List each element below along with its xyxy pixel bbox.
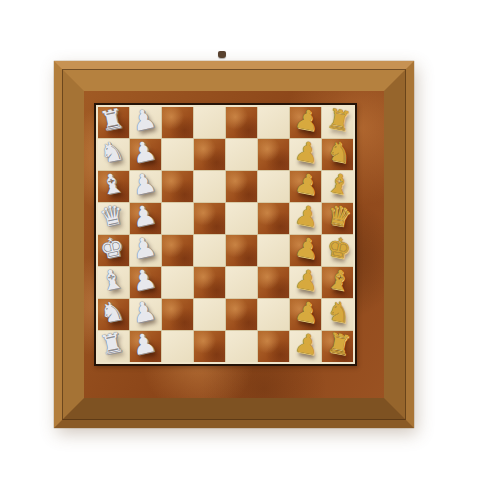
square-f3[interactable] [162,267,193,298]
square-b5[interactable] [226,139,257,170]
square-f2[interactable]: ♟ [130,267,161,298]
square-b2[interactable]: ♟ [130,139,161,170]
black-bishop-f8[interactable]: ♝ [321,262,357,298]
burl-veneer-field: ♜♟♟♜♞♟♟♞♝♟♟♝♛♟♟♛♚♟♟♚♝♟♟♝♞♟♟♞♜♟♟♜ [84,91,384,398]
board-photo: ♜♟♟♜♞♟♟♞♝♟♟♝♛♟♟♛♚♟♟♚♝♟♟♝♞♟♟♞♜♟♟♜ [0,0,480,480]
square-e5[interactable] [226,235,257,266]
black-knight-b8[interactable]: ♞ [321,134,357,170]
white-pawn-d2[interactable]: ♟ [126,197,163,234]
square-g3[interactable] [162,299,193,330]
square-d6[interactable] [258,203,289,234]
square-e2[interactable]: ♟ [130,235,161,266]
square-a3[interactable] [162,107,193,138]
square-e4[interactable] [194,235,225,266]
square-c5[interactable] [226,171,257,202]
square-f6[interactable] [258,267,289,298]
black-queen-d8[interactable]: ♛ [321,198,357,234]
square-c4[interactable] [194,171,225,202]
square-b3[interactable] [162,139,193,170]
square-a4[interactable] [194,107,225,138]
square-h4[interactable] [194,331,225,362]
black-pawn-b7[interactable]: ♟ [289,134,325,170]
square-a5[interactable] [226,107,257,138]
square-e1[interactable]: ♚ [98,235,129,266]
white-pawn-h2[interactable]: ♟ [126,325,163,362]
square-d4[interactable] [194,203,225,234]
square-a1[interactable]: ♜ [98,107,129,138]
black-pawn-a7[interactable]: ♟ [289,102,325,138]
square-h7[interactable]: ♟ [290,331,321,362]
square-g2[interactable]: ♟ [130,299,161,330]
square-g5[interactable] [226,299,257,330]
square-b1[interactable]: ♞ [98,139,129,170]
square-e6[interactable] [258,235,289,266]
black-pawn-g7[interactable]: ♟ [289,294,325,330]
square-b6[interactable] [258,139,289,170]
square-f1[interactable]: ♝ [98,267,129,298]
black-pawn-e7[interactable]: ♟ [289,230,325,266]
square-c6[interactable] [258,171,289,202]
square-h1[interactable]: ♜ [98,331,129,362]
square-c3[interactable] [162,171,193,202]
black-pawn-d7[interactable]: ♟ [289,198,325,234]
square-g4[interactable] [194,299,225,330]
square-e3[interactable] [162,235,193,266]
black-bishop-c8[interactable]: ♝ [321,166,357,202]
square-h6[interactable] [258,331,289,362]
white-pawn-f2[interactable]: ♟ [126,261,163,298]
square-c1[interactable]: ♝ [98,171,129,202]
black-king-e8[interactable]: ♚ [321,230,357,266]
square-f5[interactable] [226,267,257,298]
white-pawn-e2[interactable]: ♟ [126,229,163,266]
wall-hook-mark [218,51,226,58]
board-frame-inner-moulding: ♜♟♟♜♞♟♟♞♝♟♟♝♛♟♟♛♚♟♟♚♝♟♟♝♞♟♟♞♜♟♟♜ [63,70,405,419]
square-a2[interactable]: ♟ [130,107,161,138]
square-f4[interactable] [194,267,225,298]
black-rook-a8[interactable]: ♜ [321,102,357,138]
square-h3[interactable] [162,331,193,362]
white-pawn-b2[interactable]: ♟ [126,133,163,170]
square-h8[interactable]: ♜ [322,331,353,362]
black-pawn-h7[interactable]: ♟ [289,326,325,362]
square-d2[interactable]: ♟ [130,203,161,234]
square-g6[interactable] [258,299,289,330]
black-rook-h8[interactable]: ♜ [321,326,357,362]
white-pawn-a2[interactable]: ♟ [126,101,163,138]
square-a6[interactable] [258,107,289,138]
square-d3[interactable] [162,203,193,234]
chess-board: ♜♟♟♜♞♟♟♞♝♟♟♝♛♟♟♛♚♟♟♚♝♟♟♝♞♟♟♞♜♟♟♜ [94,103,357,366]
square-c2[interactable]: ♟ [130,171,161,202]
black-pawn-f7[interactable]: ♟ [289,262,325,298]
square-h5[interactable] [226,331,257,362]
white-pawn-g2[interactable]: ♟ [126,293,163,330]
square-h2[interactable]: ♟ [130,331,161,362]
black-pawn-c7[interactable]: ♟ [289,166,325,202]
square-d1[interactable]: ♛ [98,203,129,234]
board-frame: ♜♟♟♜♞♟♟♞♝♟♟♝♛♟♟♛♚♟♟♚♝♟♟♝♞♟♟♞♜♟♟♜ [54,61,414,428]
square-b4[interactable] [194,139,225,170]
white-pawn-c2[interactable]: ♟ [126,165,163,202]
black-knight-g8[interactable]: ♞ [321,294,357,330]
square-d5[interactable] [226,203,257,234]
board-grid: ♜♟♟♜♞♟♟♞♝♟♟♝♛♟♟♛♚♟♟♚♝♟♟♝♞♟♟♞♜♟♟♜ [98,107,353,362]
square-g1[interactable]: ♞ [98,299,129,330]
